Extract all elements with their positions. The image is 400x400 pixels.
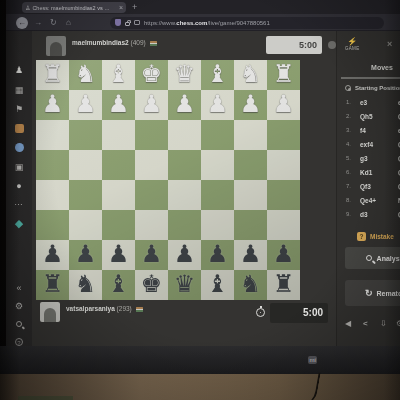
white-rook[interactable]: ♜ bbox=[36, 60, 69, 90]
black-pawn[interactable]: ♟ bbox=[69, 240, 102, 270]
square[interactable]: ♟ bbox=[168, 240, 201, 270]
download-icon[interactable]: ⇩ bbox=[380, 318, 387, 330]
top-player-avatar[interactable] bbox=[46, 36, 66, 56]
tracking-shield-icon[interactable] bbox=[115, 19, 121, 26]
move-row: 6.Kd1Qxh1 bbox=[337, 167, 400, 181]
browser-window: ♙ Chess: maelmumbindias2 vs … × + ← → ↻ … bbox=[6, 0, 400, 346]
white-knight[interactable]: ♞ bbox=[234, 60, 267, 90]
black-bishop[interactable]: ♝ bbox=[201, 270, 234, 300]
move-number: 4. bbox=[346, 141, 351, 147]
move-row: 1.e3e5 bbox=[337, 97, 400, 111]
white-move[interactable]: Qe4+ bbox=[360, 197, 376, 204]
premium-gem-icon[interactable]: ◆ bbox=[6, 217, 32, 230]
square[interactable] bbox=[201, 210, 234, 240]
square[interactable]: ♟ bbox=[267, 90, 300, 120]
square[interactable]: ♜ bbox=[36, 60, 69, 90]
photo-of-monitor: ♙ Chess: maelmumbindias2 vs … × + ← → ↻ … bbox=[0, 0, 400, 400]
moves-divider bbox=[341, 77, 400, 79]
back-button[interactable]: ← bbox=[16, 17, 28, 29]
new-tab-button[interactable]: + bbox=[132, 2, 137, 13]
top-player-rating: (409) bbox=[131, 39, 146, 46]
square[interactable] bbox=[201, 180, 234, 210]
mistake-badge-icon: ? bbox=[357, 232, 366, 241]
settings-gear-icon[interactable]: ⚙ bbox=[6, 301, 32, 311]
black-pawn[interactable]: ♟ bbox=[201, 240, 234, 270]
bottom-player-name[interactable]: vatsalparsaniya (293) bbox=[66, 305, 143, 312]
white-pawn[interactable]: ♟ bbox=[201, 90, 234, 120]
square[interactable]: ♟ bbox=[201, 90, 234, 120]
board-settings-gear-icon[interactable]: ⚙ bbox=[396, 318, 400, 330]
move-row: 5.g3Qe4+ bbox=[337, 153, 400, 167]
white-move[interactable]: Qh5 bbox=[360, 113, 373, 120]
white-move[interactable]: Kd1 bbox=[360, 169, 372, 176]
square[interactable] bbox=[201, 150, 234, 180]
white-king[interactable]: ♚ bbox=[135, 60, 168, 90]
square[interactable] bbox=[69, 210, 102, 240]
black-pawn[interactable]: ♟ bbox=[267, 240, 300, 270]
square[interactable] bbox=[168, 180, 201, 210]
square[interactable] bbox=[135, 180, 168, 210]
home-button[interactable]: ⌂ bbox=[66, 17, 71, 28]
square[interactable]: ♞ bbox=[69, 60, 102, 90]
reload-button[interactable]: ↻ bbox=[50, 17, 57, 28]
square[interactable]: ♝ bbox=[201, 60, 234, 90]
tab-title: Chess: maelmumbindias2 vs … bbox=[32, 5, 117, 11]
square[interactable]: ♚ bbox=[135, 270, 168, 300]
chess-favicon-icon: ♙ bbox=[25, 5, 30, 11]
chess-board[interactable]: ♜♞♝♚♛♝♞♜♟♟♟♟♟♟♟♟♟♟♟♟♟♟♟♟♜♞♝♚♛♝♞♜ bbox=[36, 60, 300, 300]
white-move[interactable]: Qf3 bbox=[360, 183, 371, 190]
permissions-icon[interactable] bbox=[134, 20, 140, 25]
black-king[interactable]: ♚ bbox=[135, 270, 168, 300]
black-queen[interactable]: ♛ bbox=[168, 270, 201, 300]
mistake-row: ? Mistake ? bbox=[337, 231, 400, 243]
white-move[interactable]: d3 bbox=[360, 211, 368, 218]
bottom-player-rating: (293) bbox=[117, 305, 132, 312]
black-knight[interactable]: ♞ bbox=[234, 270, 267, 300]
analysis-magnifier-icon bbox=[366, 255, 372, 261]
square[interactable] bbox=[267, 210, 300, 240]
move-row: 8.Qe4+Ne7 bbox=[337, 195, 400, 209]
square[interactable] bbox=[102, 150, 135, 180]
moves-title: Moves bbox=[337, 64, 400, 71]
stopwatch-icon bbox=[256, 308, 265, 317]
black-rook[interactable]: ♜ bbox=[36, 270, 69, 300]
square[interactable] bbox=[69, 120, 102, 150]
square[interactable]: ♟ bbox=[102, 240, 135, 270]
square[interactable]: ♞ bbox=[234, 60, 267, 90]
rematch-button[interactable]: ↻ Rematch bbox=[345, 280, 400, 306]
start-position-icon bbox=[345, 85, 351, 91]
white-clock: 5:00 bbox=[266, 36, 322, 54]
square[interactable] bbox=[36, 210, 69, 240]
move-number: 5. bbox=[346, 155, 351, 161]
square[interactable]: ♜ bbox=[267, 60, 300, 90]
square[interactable]: ♟ bbox=[69, 90, 102, 120]
play-icon[interactable]: ▦ bbox=[6, 85, 32, 95]
clock-settings-icon[interactable] bbox=[328, 41, 336, 49]
move-number: 8. bbox=[346, 197, 351, 203]
watch-icon[interactable]: ▣ bbox=[6, 162, 32, 172]
black-pawn[interactable]: ♟ bbox=[168, 240, 201, 270]
square[interactable]: ♟ bbox=[36, 90, 69, 120]
square[interactable] bbox=[69, 150, 102, 180]
help-icon[interactable]: ? bbox=[6, 337, 32, 346]
chesscom-sidebar: ♟ ▦ ⚑ ▣ ● … ◆ « ⚙ ? bbox=[6, 31, 32, 346]
black-pawn[interactable]: ♟ bbox=[135, 240, 168, 270]
square[interactable]: ♟ bbox=[135, 240, 168, 270]
share-icon[interactable]: < bbox=[363, 318, 368, 330]
monitor-bezel: mi bbox=[0, 346, 400, 374]
white-move[interactable]: f4 bbox=[360, 127, 366, 134]
white-move[interactable]: exf4 bbox=[360, 141, 373, 148]
move-number: 7. bbox=[346, 183, 351, 189]
move-number: 9. bbox=[346, 211, 351, 217]
square[interactable] bbox=[267, 150, 300, 180]
white-bishop[interactable]: ♝ bbox=[102, 60, 135, 90]
square[interactable] bbox=[102, 180, 135, 210]
white-rook[interactable]: ♜ bbox=[267, 60, 300, 90]
move-row: 4.exf4Qxf4 bbox=[337, 139, 400, 153]
black-knight[interactable]: ♞ bbox=[69, 270, 102, 300]
square[interactable]: ♟ bbox=[201, 240, 234, 270]
square[interactable]: ♜ bbox=[36, 270, 69, 300]
move-row: 2.Qh5Qf6 bbox=[337, 111, 400, 125]
square[interactable]: ♝ bbox=[102, 270, 135, 300]
black-clock: 5:00 bbox=[270, 303, 328, 323]
collapse-icon[interactable]: « bbox=[6, 283, 32, 293]
square[interactable]: ♞ bbox=[234, 270, 267, 300]
move-row: 3.f4exf4 bbox=[337, 125, 400, 139]
white-pawn[interactable]: ♟ bbox=[135, 90, 168, 120]
tab-game[interactable]: ⚡ GAME bbox=[345, 37, 359, 51]
url-text: https://www.chess.com/live/game/90478805… bbox=[144, 20, 270, 26]
square[interactable]: ♟ bbox=[267, 240, 300, 270]
square[interactable]: ♚ bbox=[135, 60, 168, 90]
square[interactable] bbox=[234, 180, 267, 210]
black-bishop[interactable]: ♝ bbox=[102, 270, 135, 300]
cable bbox=[285, 368, 320, 400]
square[interactable]: ♟ bbox=[168, 90, 201, 120]
browser-tab-bar: ♙ Chess: maelmumbindias2 vs … × + bbox=[6, 0, 400, 14]
square[interactable] bbox=[102, 210, 135, 240]
panel-close-icon[interactable]: × bbox=[387, 39, 392, 49]
square[interactable]: ♛ bbox=[168, 60, 201, 90]
white-knight[interactable]: ♞ bbox=[69, 60, 102, 90]
square[interactable] bbox=[234, 150, 267, 180]
square[interactable] bbox=[102, 120, 135, 150]
white-move[interactable]: g3 bbox=[360, 155, 368, 162]
learn-icon[interactable] bbox=[6, 143, 32, 154]
square[interactable]: ♟ bbox=[234, 90, 267, 120]
move-number: 2. bbox=[346, 113, 351, 119]
reflection bbox=[18, 396, 73, 400]
puzzles-icon[interactable] bbox=[6, 124, 32, 135]
move-list: 1.e3e52.Qh5Qf63.f4exf44.exf4Qxf45.g3Qe4+… bbox=[337, 97, 400, 223]
white-pawn[interactable]: ♟ bbox=[69, 90, 102, 120]
social-icon[interactable]: ● bbox=[6, 181, 32, 191]
top-player: maelmumbindias2 (409) bbox=[46, 36, 157, 56]
white-pawn[interactable]: ♟ bbox=[267, 90, 300, 120]
monitor-logo: mi bbox=[308, 356, 317, 364]
square[interactable] bbox=[69, 180, 102, 210]
square[interactable]: ♛ bbox=[168, 270, 201, 300]
starting-position-row[interactable]: Starting Position bbox=[345, 85, 400, 91]
square[interactable]: ♞ bbox=[69, 270, 102, 300]
analysis-button[interactable]: Analysis bbox=[345, 247, 400, 269]
lightning-icon: ⚡ bbox=[345, 37, 359, 46]
browser-nav-bar: ← → ↻ ⌂ https://www.chess.com/live/game/… bbox=[6, 14, 400, 31]
square[interactable] bbox=[135, 150, 168, 180]
white-pawn[interactable]: ♟ bbox=[234, 90, 267, 120]
white-move[interactable]: e3 bbox=[360, 99, 367, 106]
bottom-player: vatsalparsaniya (293) bbox=[40, 302, 143, 322]
tab-close-icon[interactable]: × bbox=[119, 4, 123, 11]
search-icon[interactable] bbox=[6, 319, 32, 329]
square[interactable] bbox=[267, 120, 300, 150]
move-number: 3. bbox=[346, 127, 351, 133]
square[interactable] bbox=[234, 120, 267, 150]
mistake-label: Mistake bbox=[370, 233, 394, 240]
square[interactable] bbox=[135, 120, 168, 150]
white-queen[interactable]: ♛ bbox=[168, 60, 201, 90]
game-panel: ⚡ GAME × + NEW GAME Moves Starting Posit… bbox=[336, 31, 400, 346]
white-pawn[interactable]: ♟ bbox=[36, 90, 69, 120]
more-icon[interactable]: … bbox=[6, 197, 32, 207]
square[interactable] bbox=[36, 180, 69, 210]
black-rook[interactable]: ♜ bbox=[267, 270, 300, 300]
events-flag-icon[interactable]: ⚑ bbox=[6, 104, 32, 114]
bottom-player-flag-icon bbox=[136, 307, 143, 312]
square[interactable] bbox=[168, 210, 201, 240]
square[interactable] bbox=[201, 120, 234, 150]
browser-tab[interactable]: ♙ Chess: maelmumbindias2 vs … × bbox=[22, 2, 126, 13]
square[interactable] bbox=[168, 150, 201, 180]
move-row: 9.d3Qxf1+ bbox=[337, 209, 400, 223]
bottom-player-avatar[interactable] bbox=[40, 302, 60, 322]
square[interactable]: ♟ bbox=[234, 240, 267, 270]
square[interactable]: ♟ bbox=[69, 240, 102, 270]
back-move-icon[interactable]: ◀ bbox=[345, 318, 351, 330]
top-player-flag-icon bbox=[150, 41, 157, 46]
square[interactable]: ♟ bbox=[36, 240, 69, 270]
square[interactable]: ♝ bbox=[102, 60, 135, 90]
square[interactable]: ♟ bbox=[135, 90, 168, 120]
lock-icon[interactable] bbox=[125, 22, 130, 26]
square[interactable]: ♟ bbox=[102, 90, 135, 120]
forward-button[interactable]: → bbox=[34, 17, 42, 28]
move-number: 6. bbox=[346, 169, 351, 175]
chesscom-logo-icon[interactable]: ♟ bbox=[6, 65, 32, 75]
square[interactable]: ♝ bbox=[201, 270, 234, 300]
square[interactable] bbox=[36, 120, 69, 150]
square[interactable] bbox=[267, 180, 300, 210]
black-pawn[interactable]: ♟ bbox=[36, 240, 69, 270]
square[interactable] bbox=[135, 210, 168, 240]
panel-footer: ◀ < ⇩ ⚙ ▦ bbox=[337, 318, 400, 332]
square[interactable] bbox=[36, 150, 69, 180]
black-pawn[interactable]: ♟ bbox=[102, 240, 135, 270]
rematch-arrow-icon: ↻ bbox=[365, 289, 373, 298]
move-row: 7.Qf3Qxg1 bbox=[337, 181, 400, 195]
square[interactable] bbox=[234, 210, 267, 240]
move-number: 1. bbox=[346, 99, 351, 105]
square[interactable] bbox=[168, 120, 201, 150]
white-pawn[interactable]: ♟ bbox=[102, 90, 135, 120]
top-player-name[interactable]: maelmumbindias2 (409) bbox=[72, 39, 157, 46]
square[interactable]: ♜ bbox=[267, 270, 300, 300]
white-bishop[interactable]: ♝ bbox=[201, 60, 234, 90]
white-pawn[interactable]: ♟ bbox=[168, 90, 201, 120]
black-pawn[interactable]: ♟ bbox=[234, 240, 267, 270]
url-bar[interactable]: https://www.chess.com/live/game/90478805… bbox=[110, 17, 384, 29]
